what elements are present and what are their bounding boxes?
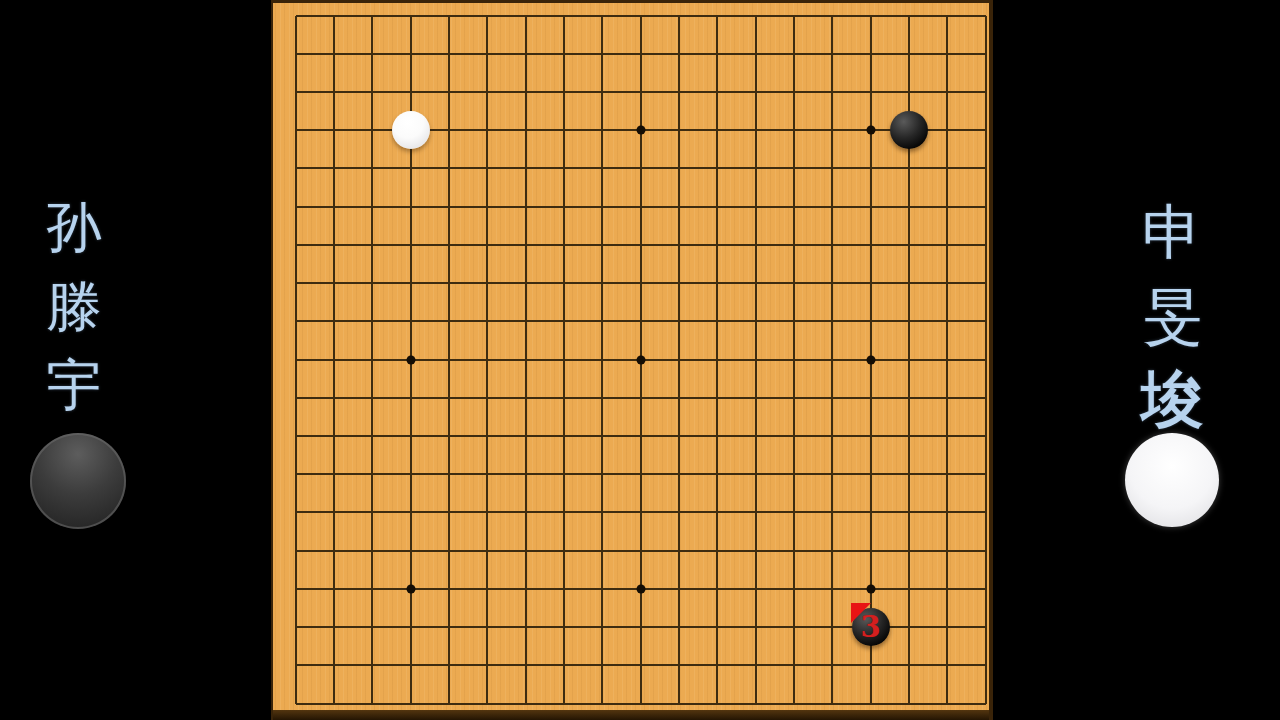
player-name-char: 滕 xyxy=(47,267,102,346)
grid-line-vertical xyxy=(946,16,948,704)
grid-line-horizontal xyxy=(296,473,986,475)
grid-line-horizontal xyxy=(296,550,986,552)
star-point xyxy=(866,584,875,593)
stone-white-D16 xyxy=(392,111,430,149)
player-name-white: 申 旻 埈 xyxy=(1112,190,1232,442)
grid-line-vertical xyxy=(755,16,757,704)
grid-line-vertical xyxy=(985,16,987,704)
star-point xyxy=(866,126,875,135)
go-board: 3 xyxy=(271,0,993,720)
white-stone-indicator xyxy=(1125,433,1219,527)
star-point xyxy=(636,584,645,593)
star-point xyxy=(636,126,645,135)
star-point xyxy=(406,355,415,364)
grid-line-vertical xyxy=(716,16,718,704)
black-stone-indicator xyxy=(30,433,126,529)
grid-line-vertical xyxy=(831,16,833,704)
board-grid: 3 xyxy=(296,16,986,704)
stone-black-R16 xyxy=(890,111,928,149)
stone-black-Q3: 3 xyxy=(852,608,890,646)
grid-line-horizontal xyxy=(296,397,986,399)
player-name-char: 孙 xyxy=(47,188,102,267)
grid-line-vertical xyxy=(678,16,680,704)
player-name-black: 孙 滕 宇 xyxy=(14,188,134,425)
star-point xyxy=(636,355,645,364)
board-edge-top xyxy=(271,0,993,3)
board-edge-left xyxy=(271,0,273,720)
star-point xyxy=(406,584,415,593)
player-name-char: 申 xyxy=(1142,190,1202,274)
video-frame: 孙 滕 宇 申 旻 埈 3 xyxy=(0,0,1280,720)
grid-line-vertical xyxy=(793,16,795,704)
grid-line-horizontal xyxy=(296,664,986,666)
player-name-char: 宇 xyxy=(47,346,102,425)
grid-line-horizontal xyxy=(296,703,986,705)
player-name-char: 旻 xyxy=(1142,274,1202,358)
move-number-label: 3 xyxy=(852,608,890,646)
board-edge-right xyxy=(989,0,993,720)
board-edge-bottom xyxy=(271,710,993,720)
grid-line-horizontal xyxy=(296,435,986,437)
star-point xyxy=(866,355,875,364)
grid-line-horizontal xyxy=(296,511,986,513)
player-name-char: 埈 xyxy=(1141,358,1203,442)
